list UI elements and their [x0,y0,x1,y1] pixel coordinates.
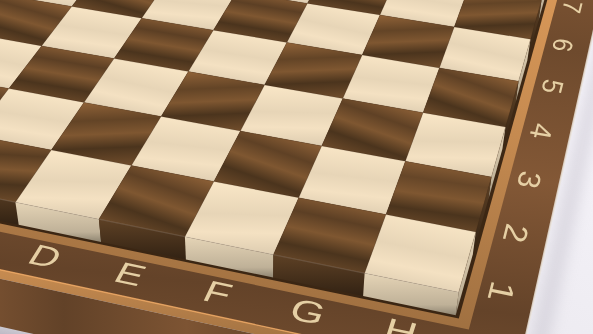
chessboard-photo: ABCDEFGH12345678 [0,0,593,334]
board-scene: ABCDEFGH12345678 [0,0,593,334]
